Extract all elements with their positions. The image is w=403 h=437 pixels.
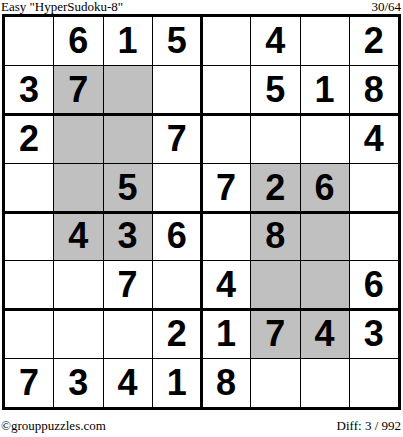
cell-r5c3[interactable]: 3 <box>104 213 152 261</box>
cell-r7c6[interactable]: 7 <box>251 310 299 358</box>
cell-r1c5[interactable] <box>202 17 250 65</box>
cell-r7c5[interactable]: 1 <box>202 310 250 358</box>
cell-r1c4[interactable]: 5 <box>153 17 201 65</box>
cell-r5c8[interactable] <box>350 213 398 261</box>
cell-r8c7[interactable] <box>301 359 349 407</box>
cell-r2c7[interactable]: 1 <box>301 66 349 114</box>
cell-r6c1[interactable] <box>5 261 53 309</box>
cell-r6c4[interactable] <box>153 261 201 309</box>
box-divider-horizontal-2 <box>5 211 398 214</box>
cell-r4c2[interactable] <box>54 164 102 212</box>
cell-r3c8[interactable]: 4 <box>350 115 398 163</box>
cell-r2c1[interactable]: 3 <box>5 66 53 114</box>
copyright-text: ©grouppuzzles.com <box>1 418 106 433</box>
cell-r1c8[interactable]: 2 <box>350 17 398 65</box>
puzzle-page: Easy "HyperSudoku-8" 30/64 6154237518274… <box>0 0 403 437</box>
cell-r4c4[interactable] <box>153 164 201 212</box>
cell-r5c2[interactable]: 4 <box>54 213 102 261</box>
cell-r1c2[interactable]: 6 <box>54 17 102 65</box>
cell-r8c2[interactable]: 3 <box>54 359 102 407</box>
cell-r2c8[interactable]: 8 <box>350 66 398 114</box>
cell-r5c6[interactable]: 8 <box>251 213 299 261</box>
cell-r2c2[interactable]: 7 <box>54 66 102 114</box>
cell-r4c7[interactable]: 6 <box>301 164 349 212</box>
puzzle-title: Easy "HyperSudoku-8" <box>1 0 123 14</box>
cell-r4c8[interactable] <box>350 164 398 212</box>
cell-r8c1[interactable]: 7 <box>5 359 53 407</box>
cell-r1c3[interactable]: 1 <box>104 17 152 65</box>
cell-r8c8[interactable] <box>350 359 398 407</box>
header: Easy "HyperSudoku-8" 30/64 <box>0 0 403 14</box>
puzzle-counter: 30/64 <box>371 0 401 14</box>
cell-r6c2[interactable] <box>54 261 102 309</box>
cell-r2c6[interactable]: 5 <box>251 66 299 114</box>
cell-r6c8[interactable]: 6 <box>350 261 398 309</box>
cell-r5c4[interactable]: 6 <box>153 213 201 261</box>
cell-r6c6[interactable] <box>251 261 299 309</box>
cell-r3c4[interactable]: 7 <box>153 115 201 163</box>
cell-r1c1[interactable] <box>5 17 53 65</box>
cell-r7c3[interactable] <box>104 310 152 358</box>
cell-r4c3[interactable]: 5 <box>104 164 152 212</box>
box-divider-horizontal-1 <box>5 113 398 116</box>
cell-r8c4[interactable]: 1 <box>153 359 201 407</box>
cell-r4c5[interactable]: 7 <box>202 164 250 212</box>
cell-r3c2[interactable] <box>54 115 102 163</box>
sudoku-board: 6154237518274572643687462174373418 <box>2 14 401 410</box>
cell-r7c2[interactable] <box>54 310 102 358</box>
cell-r3c1[interactable]: 2 <box>5 115 53 163</box>
cell-r7c1[interactable] <box>5 310 53 358</box>
cell-r8c5[interactable]: 8 <box>202 359 250 407</box>
cell-r3c5[interactable] <box>202 115 250 163</box>
box-divider-horizontal-3 <box>5 308 398 311</box>
cell-r1c7[interactable] <box>301 17 349 65</box>
cell-r2c4[interactable] <box>153 66 201 114</box>
cell-r8c6[interactable] <box>251 359 299 407</box>
cell-r1c6[interactable]: 4 <box>251 17 299 65</box>
cell-r6c3[interactable]: 7 <box>104 261 152 309</box>
cell-r7c7[interactable]: 4 <box>301 310 349 358</box>
cell-r8c3[interactable]: 4 <box>104 359 152 407</box>
cell-r3c6[interactable] <box>251 115 299 163</box>
cell-r2c3[interactable] <box>104 66 152 114</box>
cell-r4c1[interactable] <box>5 164 53 212</box>
cell-r4c6[interactable]: 2 <box>251 164 299 212</box>
cell-r7c4[interactable]: 2 <box>153 310 201 358</box>
cell-r7c8[interactable]: 3 <box>350 310 398 358</box>
cell-r5c5[interactable] <box>202 213 250 261</box>
difficulty-text: Diff: 3 / 992 <box>337 418 401 433</box>
cell-r3c3[interactable] <box>104 115 152 163</box>
cell-r5c7[interactable] <box>301 213 349 261</box>
cell-r5c1[interactable] <box>5 213 53 261</box>
footer: ©grouppuzzles.com Diff: 3 / 992 <box>0 418 403 433</box>
cell-r6c7[interactable] <box>301 261 349 309</box>
cell-r2c5[interactable] <box>202 66 250 114</box>
cell-r3c7[interactable] <box>301 115 349 163</box>
cell-r6c5[interactable]: 4 <box>202 261 250 309</box>
